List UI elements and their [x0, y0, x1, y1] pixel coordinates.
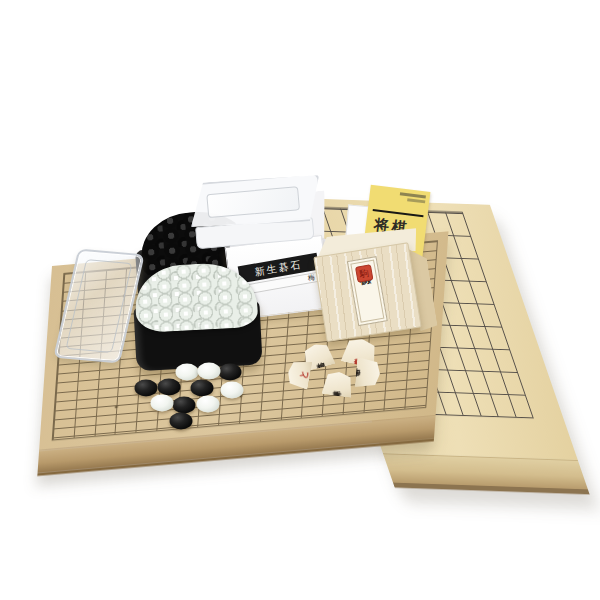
product-photo-scene: 新生碁石 梅 将棋 御将棋 駒	[0, 0, 600, 600]
go-stone-white	[176, 364, 199, 381]
go-stones-layer	[0, 0, 600, 600]
go-stone-black	[191, 380, 214, 397]
go-stone-white	[198, 363, 221, 380]
go-stone-black	[158, 379, 181, 396]
go-stone-white	[221, 382, 244, 399]
go-stone-black	[219, 364, 242, 381]
go-stone-white	[151, 395, 174, 412]
go-stone-black	[173, 397, 196, 414]
go-stone-black	[135, 380, 158, 397]
go-stone-white	[197, 396, 220, 413]
go-stone-black	[170, 413, 193, 430]
